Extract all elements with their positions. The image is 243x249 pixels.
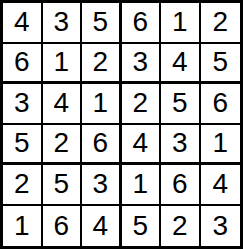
sudoku-cell-r3c5[interactable]: 5 — [161, 84, 201, 125]
sudoku-cell-r4c3[interactable]: 6 — [82, 125, 122, 166]
sudoku-cell-r5c2[interactable]: 5 — [43, 165, 83, 206]
sudoku-cell-r1c6[interactable]: 2 — [201, 3, 241, 44]
sudoku-cell-r2c1[interactable]: 6 — [3, 44, 43, 85]
sudoku-cell-r5c6[interactable]: 4 — [201, 165, 241, 206]
sudoku-cell-r4c4[interactable]: 4 — [122, 125, 162, 166]
sudoku-cell-r6c3[interactable]: 4 — [82, 206, 122, 247]
sudoku-cell-r2c6[interactable]: 5 — [201, 44, 241, 85]
sudoku-cell-r6c4[interactable]: 5 — [122, 206, 162, 247]
sudoku-cell-r2c4[interactable]: 3 — [122, 44, 162, 85]
sudoku-cell-r3c2[interactable]: 4 — [43, 84, 83, 125]
sudoku-cell-r1c5[interactable]: 1 — [161, 3, 201, 44]
sudoku-cell-r3c6[interactable]: 6 — [201, 84, 241, 125]
sudoku-cell-r5c3[interactable]: 3 — [82, 165, 122, 206]
sudoku-cell-r6c6[interactable]: 3 — [201, 206, 241, 247]
sudoku-cell-r4c2[interactable]: 2 — [43, 125, 83, 166]
sudoku-cell-r1c4[interactable]: 6 — [122, 3, 162, 44]
sudoku-cell-r1c3[interactable]: 5 — [82, 3, 122, 44]
sudoku-cell-r3c4[interactable]: 2 — [122, 84, 162, 125]
sudoku-cell-r2c3[interactable]: 2 — [82, 44, 122, 85]
sudoku-cell-r5c4[interactable]: 1 — [122, 165, 162, 206]
sudoku-cell-r6c5[interactable]: 2 — [161, 206, 201, 247]
sudoku-cell-r1c1[interactable]: 4 — [3, 3, 43, 44]
sudoku-board: 435612612345341256526431253164164523 — [0, 0, 243, 249]
sudoku-cell-r3c3[interactable]: 1 — [82, 84, 122, 125]
sudoku-cell-r4c5[interactable]: 3 — [161, 125, 201, 166]
sudoku-cell-r6c2[interactable]: 6 — [43, 206, 83, 247]
sudoku-cell-r4c1[interactable]: 5 — [3, 125, 43, 166]
sudoku-cell-r2c2[interactable]: 1 — [43, 44, 83, 85]
sudoku-cell-r2c5[interactable]: 4 — [161, 44, 201, 85]
sudoku-cell-r1c2[interactable]: 3 — [43, 3, 83, 44]
sudoku-cell-r6c1[interactable]: 1 — [3, 206, 43, 247]
sudoku-cell-r5c1[interactable]: 2 — [3, 165, 43, 206]
sudoku-cell-r5c5[interactable]: 6 — [161, 165, 201, 206]
sudoku-cell-r4c6[interactable]: 1 — [201, 125, 241, 166]
sudoku-cell-r3c1[interactable]: 3 — [3, 84, 43, 125]
